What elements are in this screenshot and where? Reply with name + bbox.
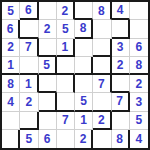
given-digit: 6 bbox=[44, 133, 51, 145]
cell-r6c5[interactable]: 5 bbox=[75, 93, 93, 111]
cell-r2c2[interactable] bbox=[20, 20, 38, 38]
cell-r2c4[interactable]: 5 bbox=[57, 20, 75, 38]
cell-r8c5[interactable]: 2 bbox=[75, 130, 93, 148]
given-digit: 1 bbox=[7, 59, 14, 71]
cell-r6c1[interactable]: 4 bbox=[2, 93, 20, 111]
cell-r2c3[interactable]: 2 bbox=[39, 20, 57, 38]
cell-r3c3[interactable] bbox=[39, 39, 57, 57]
cell-r6c8[interactable]: 3 bbox=[130, 93, 148, 111]
given-digit: 2 bbox=[98, 114, 105, 126]
cell-r4c1[interactable]: 1 bbox=[2, 57, 20, 75]
cell-r7c6[interactable]: 2 bbox=[93, 112, 111, 130]
cell-r5c7[interactable] bbox=[112, 75, 130, 93]
given-digit: 8 bbox=[80, 22, 87, 34]
cell-r1c5[interactable] bbox=[75, 2, 93, 20]
given-digit: 8 bbox=[98, 5, 105, 17]
given-digit: 6 bbox=[136, 41, 143, 53]
given-digit: 4 bbox=[136, 133, 143, 145]
cell-r6c7[interactable]: 7 bbox=[112, 93, 130, 111]
given-digit: 5 bbox=[136, 114, 143, 126]
given-digit: 5 bbox=[26, 133, 33, 145]
given-digit: 8 bbox=[116, 133, 123, 145]
given-digit: 5 bbox=[62, 23, 69, 35]
cell-r6c3[interactable] bbox=[39, 93, 57, 111]
cell-r8c2[interactable]: 5 bbox=[20, 130, 38, 148]
cell-r3c2[interactable]: 7 bbox=[20, 39, 38, 57]
given-digit: 2 bbox=[7, 41, 14, 53]
given-digit: 2 bbox=[80, 133, 87, 145]
cell-r8c4[interactable] bbox=[57, 130, 75, 148]
cell-r1c3[interactable] bbox=[39, 2, 57, 20]
cell-r6c2[interactable]: 2 bbox=[20, 93, 38, 111]
given-digit: 8 bbox=[7, 78, 14, 90]
cell-r8c8[interactable]: 4 bbox=[130, 130, 148, 148]
cell-r2c5[interactable]: 8 bbox=[75, 20, 93, 38]
cell-r8c3[interactable]: 6 bbox=[39, 130, 57, 148]
cell-r3c7[interactable]: 3 bbox=[112, 39, 130, 57]
given-digit: 2 bbox=[44, 23, 51, 35]
cell-r3c4[interactable]: 1 bbox=[57, 39, 75, 57]
cell-r2c8[interactable] bbox=[130, 20, 148, 38]
given-digit: 3 bbox=[117, 41, 124, 53]
given-digit: 1 bbox=[25, 78, 32, 90]
cell-r4c5[interactable] bbox=[75, 57, 93, 75]
cell-r5c3[interactable] bbox=[39, 75, 57, 93]
cell-r1c8[interactable] bbox=[130, 2, 148, 20]
cell-r5c2[interactable]: 1 bbox=[20, 75, 38, 93]
cell-r7c5[interactable]: 1 bbox=[75, 112, 93, 130]
given-digit: 7 bbox=[98, 78, 105, 90]
cell-r8c1[interactable] bbox=[2, 130, 20, 148]
cell-r8c7[interactable]: 8 bbox=[112, 130, 130, 148]
given-digit: 5 bbox=[43, 59, 50, 71]
cell-r5c1[interactable]: 8 bbox=[2, 75, 20, 93]
given-digit: 2 bbox=[62, 5, 69, 17]
cell-r7c1[interactable] bbox=[2, 112, 20, 130]
given-digit: 7 bbox=[62, 114, 69, 126]
given-digit: 2 bbox=[136, 78, 143, 90]
cell-r4c4[interactable] bbox=[57, 57, 75, 75]
cell-r4c6[interactable] bbox=[93, 57, 111, 75]
cell-r1c2[interactable]: 6 bbox=[20, 2, 38, 20]
cell-r3c8[interactable]: 6 bbox=[130, 39, 148, 57]
given-digit: 4 bbox=[7, 96, 14, 108]
given-digit: 1 bbox=[62, 41, 69, 53]
cell-r3c6[interactable] bbox=[93, 39, 111, 57]
given-digit: 3 bbox=[136, 96, 143, 108]
cell-r5c6[interactable]: 7 bbox=[93, 75, 111, 93]
cell-r7c3[interactable] bbox=[39, 112, 57, 130]
given-digit: 4 bbox=[117, 4, 124, 16]
given-digit: 7 bbox=[25, 41, 32, 53]
cell-r1c7[interactable]: 4 bbox=[112, 2, 130, 20]
cell-r7c7[interactable] bbox=[112, 112, 130, 130]
cell-r5c5[interactable] bbox=[75, 75, 93, 93]
cell-r8c6[interactable] bbox=[93, 130, 111, 148]
cell-r4c3[interactable]: 5 bbox=[39, 57, 57, 75]
cell-r3c1[interactable]: 2 bbox=[2, 39, 20, 57]
cell-r2c1[interactable]: 6 bbox=[2, 20, 20, 38]
given-digit: 6 bbox=[7, 23, 14, 35]
given-digit: 1 bbox=[80, 114, 87, 126]
sudoku-board: 562846258271361528817242573712556284 bbox=[0, 0, 150, 150]
cell-r4c8[interactable]: 8 bbox=[130, 57, 148, 75]
cell-r7c8[interactable]: 5 bbox=[130, 112, 148, 130]
cell-r7c4[interactable]: 7 bbox=[57, 112, 75, 130]
cell-r5c8[interactable]: 2 bbox=[130, 75, 148, 93]
cell-r7c2[interactable] bbox=[20, 112, 38, 130]
cell-r2c7[interactable] bbox=[112, 20, 130, 38]
cell-r2c6[interactable] bbox=[93, 20, 111, 38]
given-digit: 5 bbox=[7, 5, 14, 17]
cell-r4c2[interactable] bbox=[20, 57, 38, 75]
cell-r1c6[interactable]: 8 bbox=[93, 2, 111, 20]
cell-r1c1[interactable]: 5 bbox=[2, 2, 20, 20]
given-digit: 7 bbox=[116, 95, 123, 107]
given-digit: 6 bbox=[25, 4, 32, 16]
given-digit: 2 bbox=[26, 96, 33, 108]
cell-r4c7[interactable]: 2 bbox=[112, 57, 130, 75]
cell-r1c4[interactable]: 2 bbox=[57, 2, 75, 20]
cell-r6c6[interactable] bbox=[93, 93, 111, 111]
given-digit: 5 bbox=[80, 95, 87, 107]
given-digit: 8 bbox=[136, 59, 143, 71]
cell-r5c4[interactable] bbox=[57, 75, 75, 93]
cell-r6c4[interactable] bbox=[57, 93, 75, 111]
cell-r3c5[interactable] bbox=[75, 39, 93, 57]
given-digit: 2 bbox=[117, 59, 124, 71]
